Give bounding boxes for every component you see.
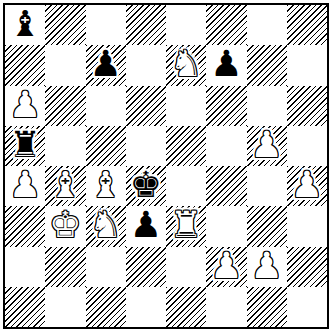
piece-white-pawn[interactable]: ♟: [9, 167, 41, 203]
square-e8[interactable]: [166, 5, 206, 45]
square-h2[interactable]: [287, 247, 327, 287]
square-e6[interactable]: [166, 86, 206, 126]
square-a2[interactable]: [5, 247, 45, 287]
square-b3[interactable]: ♚: [45, 206, 85, 246]
square-g7[interactable]: [247, 45, 287, 85]
piece-black-bishop[interactable]: ♝: [9, 6, 41, 42]
piece-black-rook[interactable]: ♜: [9, 127, 41, 163]
square-h3[interactable]: [287, 206, 327, 246]
square-a8[interactable]: ♝: [5, 5, 45, 45]
piece-white-pawn[interactable]: ♟: [250, 127, 282, 163]
square-h6[interactable]: [287, 86, 327, 126]
square-c5[interactable]: [86, 126, 126, 166]
piece-white-king[interactable]: ♚: [49, 207, 81, 243]
square-b5[interactable]: [45, 126, 85, 166]
chess-diagram: ♝♟♞♟♟♜♟♟♝♝♚♟♚♞♟♜♟♟: [0, 0, 332, 332]
square-e2[interactable]: [166, 247, 206, 287]
piece-black-pawn[interactable]: ♟: [130, 207, 162, 243]
square-a7[interactable]: [5, 45, 45, 85]
square-b4[interactable]: ♝: [45, 166, 85, 206]
square-g4[interactable]: [247, 166, 287, 206]
square-e1[interactable]: [166, 287, 206, 327]
square-f5[interactable]: [206, 126, 246, 166]
square-a6[interactable]: ♟: [5, 86, 45, 126]
piece-white-pawn[interactable]: ♟: [210, 248, 242, 284]
square-e3[interactable]: ♜: [166, 206, 206, 246]
square-h7[interactable]: [287, 45, 327, 85]
square-d7[interactable]: [126, 45, 166, 85]
piece-white-knight[interactable]: ♞: [170, 46, 202, 82]
square-b1[interactable]: [45, 287, 85, 327]
square-f1[interactable]: [206, 287, 246, 327]
square-e4[interactable]: [166, 166, 206, 206]
square-f2[interactable]: ♟: [206, 247, 246, 287]
square-d3[interactable]: ♟: [126, 206, 166, 246]
square-h1[interactable]: [287, 287, 327, 327]
square-b6[interactable]: [45, 86, 85, 126]
piece-white-rook[interactable]: ♜: [170, 207, 202, 243]
square-g3[interactable]: [247, 206, 287, 246]
piece-white-pawn[interactable]: ♟: [250, 248, 282, 284]
square-h4[interactable]: ♟: [287, 166, 327, 206]
square-c8[interactable]: [86, 5, 126, 45]
square-d6[interactable]: [126, 86, 166, 126]
square-a3[interactable]: [5, 206, 45, 246]
square-c6[interactable]: [86, 86, 126, 126]
square-g1[interactable]: [247, 287, 287, 327]
square-a5[interactable]: ♜: [5, 126, 45, 166]
square-g5[interactable]: ♟: [247, 126, 287, 166]
square-f3[interactable]: [206, 206, 246, 246]
square-b2[interactable]: [45, 247, 85, 287]
square-f7[interactable]: ♟: [206, 45, 246, 85]
square-g6[interactable]: [247, 86, 287, 126]
square-g8[interactable]: [247, 5, 287, 45]
piece-black-pawn[interactable]: ♟: [89, 46, 121, 82]
square-d1[interactable]: [126, 287, 166, 327]
piece-white-bishop[interactable]: ♝: [49, 167, 81, 203]
piece-white-knight[interactable]: ♞: [89, 207, 121, 243]
piece-black-king[interactable]: ♚: [130, 167, 162, 203]
piece-white-bishop[interactable]: ♝: [89, 167, 121, 203]
square-f8[interactable]: [206, 5, 246, 45]
square-f6[interactable]: [206, 86, 246, 126]
square-c2[interactable]: [86, 247, 126, 287]
square-e7[interactable]: ♞: [166, 45, 206, 85]
square-c3[interactable]: ♞: [86, 206, 126, 246]
piece-black-pawn[interactable]: ♟: [210, 46, 242, 82]
square-c7[interactable]: ♟: [86, 45, 126, 85]
square-e5[interactable]: [166, 126, 206, 166]
piece-white-pawn[interactable]: ♟: [291, 167, 323, 203]
square-f4[interactable]: [206, 166, 246, 206]
piece-white-pawn[interactable]: ♟: [9, 87, 41, 123]
square-c4[interactable]: ♝: [86, 166, 126, 206]
square-h5[interactable]: [287, 126, 327, 166]
square-d8[interactable]: [126, 5, 166, 45]
square-a1[interactable]: [5, 287, 45, 327]
square-d2[interactable]: [126, 247, 166, 287]
square-d4[interactable]: ♚: [126, 166, 166, 206]
square-b7[interactable]: [45, 45, 85, 85]
square-d5[interactable]: [126, 126, 166, 166]
square-h8[interactable]: [287, 5, 327, 45]
square-g2[interactable]: ♟: [247, 247, 287, 287]
square-a4[interactable]: ♟: [5, 166, 45, 206]
square-c1[interactable]: [86, 287, 126, 327]
chess-board: ♝♟♞♟♟♜♟♟♝♝♚♟♚♞♟♜♟♟: [5, 5, 327, 327]
square-b8[interactable]: [45, 5, 85, 45]
board-frame: ♝♟♞♟♟♜♟♟♝♝♚♟♚♞♟♜♟♟: [3, 3, 329, 329]
